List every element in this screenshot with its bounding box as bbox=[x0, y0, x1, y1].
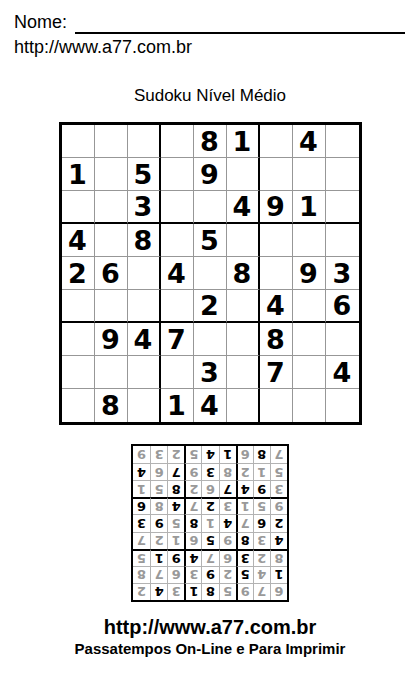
puzzle-cell-r7c9[interactable] bbox=[326, 323, 359, 356]
solution-cell-r1c8: 4 bbox=[150, 583, 167, 600]
puzzle-cell-r2c5[interactable]: 9 bbox=[194, 158, 227, 191]
puzzle-cell-r5c6[interactable]: 8 bbox=[227, 257, 260, 290]
solution-cell-r2c1: 1 bbox=[270, 566, 287, 583]
puzzle-cell-r9c5[interactable]: 4 bbox=[194, 389, 227, 422]
puzzle-cell-r5c9[interactable]: 3 bbox=[326, 257, 359, 290]
solution-cell-r2c7: 6 bbox=[167, 566, 184, 583]
solution-cell-r5c1: 2 bbox=[270, 514, 287, 531]
solution-cell-r5c6: 8 bbox=[184, 514, 201, 531]
puzzle-cell-r4c8[interactable] bbox=[293, 224, 326, 257]
solution-cell-r7c6: 2 bbox=[184, 480, 201, 497]
puzzle-cell-r1c9[interactable] bbox=[326, 125, 359, 158]
solution-cell-r3c4: 6 bbox=[219, 549, 236, 566]
puzzle-cell-r2c8[interactable] bbox=[293, 158, 326, 191]
puzzle-cell-r3c4[interactable] bbox=[161, 191, 194, 224]
solution-cell-r4c7: 1 bbox=[167, 532, 184, 549]
solution-cell-r5c2: 6 bbox=[253, 514, 270, 531]
puzzle-cell-r7c5[interactable] bbox=[194, 323, 227, 356]
solution-cell-r8c4: 8 bbox=[219, 463, 236, 480]
puzzle-cell-r8c3[interactable] bbox=[128, 356, 161, 389]
solution-cell-r4c8: 2 bbox=[150, 532, 167, 549]
puzzle-cell-r9c1[interactable] bbox=[62, 389, 95, 422]
solution-cell-r1c7: 3 bbox=[167, 583, 184, 600]
solution-cell-r9c9: 9 bbox=[133, 446, 150, 463]
puzzle-cell-r8c5[interactable]: 3 bbox=[194, 356, 227, 389]
puzzle-cell-r7c2[interactable]: 9 bbox=[95, 323, 128, 356]
printable-sudoku-page: Nome: http://www.a77.com.br Sudoku Nível… bbox=[0, 0, 420, 673]
puzzle-cell-r5c1[interactable]: 2 bbox=[62, 257, 95, 290]
solution-cell-r3c9: 5 bbox=[133, 549, 150, 566]
solution-cell-r9c2: 8 bbox=[253, 446, 270, 463]
puzzle-cell-r2c2[interactable] bbox=[95, 158, 128, 191]
name-label: Nome: bbox=[14, 10, 67, 34]
puzzle-cell-r1c7[interactable] bbox=[260, 125, 293, 158]
solution-cell-r1c6: 1 bbox=[184, 583, 201, 600]
solution-cell-r4c4: 9 bbox=[219, 532, 236, 549]
puzzle-cell-r5c2[interactable]: 6 bbox=[95, 257, 128, 290]
puzzle-cell-r3c3[interactable]: 3 bbox=[128, 191, 161, 224]
puzzle-cell-r9c9[interactable] bbox=[326, 389, 359, 422]
puzzle-cell-r9c3[interactable] bbox=[128, 389, 161, 422]
solution-cell-r4c1: 4 bbox=[270, 532, 287, 549]
solution-cell-r7c1: 3 bbox=[270, 480, 287, 497]
puzzle-cell-r1c8[interactable]: 4 bbox=[293, 125, 326, 158]
solution-cell-r2c5: 9 bbox=[201, 566, 218, 583]
solution-cell-r5c7: 5 bbox=[167, 514, 184, 531]
solution-cell-r9c6: 5 bbox=[184, 446, 201, 463]
solution-cell-r7c5: 6 bbox=[201, 480, 218, 497]
puzzle-cell-r8c6[interactable] bbox=[227, 356, 260, 389]
solution-cell-r5c3: 7 bbox=[236, 514, 253, 531]
solution-cell-r2c2: 4 bbox=[253, 566, 270, 583]
solution-cell-r2c9: 8 bbox=[133, 566, 150, 583]
solution-cell-r6c6: 7 bbox=[184, 497, 201, 514]
puzzle-cell-r6c4[interactable] bbox=[161, 290, 194, 323]
solution-cell-r6c5: 2 bbox=[201, 497, 218, 514]
puzzle-cell-r2c7[interactable] bbox=[260, 158, 293, 191]
puzzle-cell-r6c2[interactable] bbox=[95, 290, 128, 323]
puzzle-cell-r1c2[interactable] bbox=[95, 125, 128, 158]
puzzle-cell-r8c2[interactable] bbox=[95, 356, 128, 389]
solution-cell-r7c9: 1 bbox=[133, 480, 150, 497]
puzzle-cell-r6c7[interactable]: 4 bbox=[260, 290, 293, 323]
puzzle-cell-r7c8[interactable] bbox=[293, 323, 326, 356]
solution-cell-r3c8: 1 bbox=[150, 549, 167, 566]
solution-cell-r8c9: 4 bbox=[133, 463, 150, 480]
puzzle-cell-r4c6[interactable] bbox=[227, 224, 260, 257]
solution-cell-r5c9: 3 bbox=[133, 514, 150, 531]
solution-cell-r9c8: 3 bbox=[150, 446, 167, 463]
solution-cell-r4c2: 3 bbox=[253, 532, 270, 549]
solution-cell-r3c2: 2 bbox=[253, 549, 270, 566]
solution-cell-r8c6: 9 bbox=[184, 463, 201, 480]
solution-cell-r3c3: 3 bbox=[236, 549, 253, 566]
solution-cell-r9c4: 1 bbox=[219, 446, 236, 463]
puzzle-cell-r6c6[interactable] bbox=[227, 290, 260, 323]
puzzle-cell-r8c8[interactable] bbox=[293, 356, 326, 389]
puzzle-cell-r7c6[interactable] bbox=[227, 323, 260, 356]
solution-cell-r4c6: 6 bbox=[184, 532, 201, 549]
name-row: Nome: bbox=[14, 10, 406, 34]
solution-cell-r8c3: 2 bbox=[236, 463, 253, 480]
sudoku-solution-grid-rotated: 6795813421452936788236749154389561272674… bbox=[131, 444, 289, 602]
puzzle-cell-r1c3[interactable] bbox=[128, 125, 161, 158]
puzzle-cell-r3c6[interactable]: 4 bbox=[227, 191, 260, 224]
puzzle-cell-r3c2[interactable] bbox=[95, 191, 128, 224]
solution-cell-r3c7: 9 bbox=[167, 549, 184, 566]
puzzle-cell-r4c9[interactable] bbox=[326, 224, 359, 257]
footer-site-url: http://www.a77.com.br bbox=[0, 615, 420, 639]
solution-cell-r2c4: 2 bbox=[219, 566, 236, 583]
puzzle-cell-r9c6[interactable] bbox=[227, 389, 260, 422]
puzzle-cell-r5c8[interactable]: 9 bbox=[293, 257, 326, 290]
puzzle-cell-r4c7[interactable] bbox=[260, 224, 293, 257]
puzzle-cell-r8c9[interactable]: 4 bbox=[326, 356, 359, 389]
puzzle-cell-r2c3[interactable]: 5 bbox=[128, 158, 161, 191]
puzzle-cell-r8c7[interactable]: 7 bbox=[260, 356, 293, 389]
solution-cell-r2c3: 5 bbox=[236, 566, 253, 583]
puzzle-cell-r5c3[interactable] bbox=[128, 257, 161, 290]
page-footer: http://www.a77.com.br Passatempos On-Lin… bbox=[0, 615, 420, 658]
puzzle-cell-r8c4[interactable] bbox=[161, 356, 194, 389]
puzzle-cell-r9c8[interactable] bbox=[293, 389, 326, 422]
header-site-url: http://www.a77.com.br bbox=[14, 35, 406, 59]
solution-cell-r3c6: 4 bbox=[184, 549, 201, 566]
solution-cell-r8c2: 1 bbox=[253, 463, 270, 480]
solution-cell-r6c8: 8 bbox=[150, 497, 167, 514]
solution-cell-r5c4: 4 bbox=[219, 514, 236, 531]
solution-cell-r1c4: 5 bbox=[219, 583, 236, 600]
puzzle-cell-r3c7[interactable]: 9 bbox=[260, 191, 293, 224]
puzzle-cell-r7c1[interactable] bbox=[62, 323, 95, 356]
solution-grid-wrapper: 6795813421452936788236749154389561272674… bbox=[0, 444, 420, 602]
puzzle-cell-r3c5[interactable] bbox=[194, 191, 227, 224]
solution-cell-r3c1: 8 bbox=[270, 549, 287, 566]
sudoku-puzzle-grid: 81415934914852648932469478374814 bbox=[59, 122, 362, 425]
puzzle-cell-r9c2[interactable]: 8 bbox=[95, 389, 128, 422]
puzzle-cell-r5c7[interactable] bbox=[260, 257, 293, 290]
solution-cell-r1c3: 9 bbox=[236, 583, 253, 600]
puzzle-cell-r7c7[interactable]: 8 bbox=[260, 323, 293, 356]
solution-cell-r5c8: 9 bbox=[150, 514, 167, 531]
puzzle-cell-r9c4[interactable]: 1 bbox=[161, 389, 194, 422]
footer-tagline: Passatempos On-Line e Para Imprimir bbox=[0, 639, 420, 658]
solution-cell-r3c5: 7 bbox=[201, 549, 218, 566]
name-fill-line[interactable] bbox=[75, 12, 405, 34]
puzzle-cell-r1c1[interactable] bbox=[62, 125, 95, 158]
puzzle-cell-r7c4[interactable]: 7 bbox=[161, 323, 194, 356]
solution-cell-r7c7: 8 bbox=[167, 480, 184, 497]
puzzle-cell-r5c4[interactable]: 4 bbox=[161, 257, 194, 290]
solution-cell-r8c7: 7 bbox=[167, 463, 184, 480]
solution-cell-r2c8: 7 bbox=[150, 566, 167, 583]
puzzle-cell-r6c5[interactable]: 2 bbox=[194, 290, 227, 323]
puzzle-cell-r2c9[interactable] bbox=[326, 158, 359, 191]
puzzle-cell-r4c3[interactable]: 8 bbox=[128, 224, 161, 257]
puzzle-cell-r2c1[interactable]: 1 bbox=[62, 158, 95, 191]
puzzle-cell-r6c9[interactable]: 6 bbox=[326, 290, 359, 323]
solution-cell-r7c2: 9 bbox=[253, 480, 270, 497]
solution-cell-r6c7: 4 bbox=[167, 497, 184, 514]
solution-cell-r7c8: 5 bbox=[150, 480, 167, 497]
puzzle-cell-r9c7[interactable] bbox=[260, 389, 293, 422]
page-title: Sudoku Nível Médio bbox=[0, 85, 420, 106]
page-header: Nome: http://www.a77.com.br bbox=[0, 0, 420, 59]
solution-cell-r9c3: 6 bbox=[236, 446, 253, 463]
puzzle-cell-r6c3[interactable] bbox=[128, 290, 161, 323]
solution-cell-r1c2: 7 bbox=[253, 583, 270, 600]
puzzle-cell-r4c4[interactable] bbox=[161, 224, 194, 257]
puzzle-cell-r1c6[interactable]: 1 bbox=[227, 125, 260, 158]
puzzle-cell-r6c1[interactable] bbox=[62, 290, 95, 323]
solution-cell-r2c6: 3 bbox=[184, 566, 201, 583]
puzzle-cell-r3c1[interactable] bbox=[62, 191, 95, 224]
solution-cell-r6c1: 9 bbox=[270, 497, 287, 514]
solution-cell-r4c5: 5 bbox=[201, 532, 218, 549]
solution-cell-r8c8: 6 bbox=[150, 463, 167, 480]
puzzle-cell-r7c3[interactable]: 4 bbox=[128, 323, 161, 356]
solution-cell-r7c4: 7 bbox=[219, 480, 236, 497]
puzzle-cell-r4c2[interactable] bbox=[95, 224, 128, 257]
solution-cell-r9c5: 4 bbox=[201, 446, 218, 463]
solution-cell-r6c2: 5 bbox=[253, 497, 270, 514]
solution-cell-r8c5: 3 bbox=[201, 463, 218, 480]
solution-cell-r9c1: 7 bbox=[270, 446, 287, 463]
solution-cell-r1c5: 8 bbox=[201, 583, 218, 600]
puzzle-cell-r1c5[interactable]: 8 bbox=[194, 125, 227, 158]
solution-cell-r6c4: 3 bbox=[219, 497, 236, 514]
solution-cell-r6c9: 6 bbox=[133, 497, 150, 514]
puzzle-cell-r2c4[interactable] bbox=[161, 158, 194, 191]
puzzle-cell-r6c8[interactable] bbox=[293, 290, 326, 323]
puzzle-cell-r8c1[interactable] bbox=[62, 356, 95, 389]
solution-cell-r6c3: 1 bbox=[236, 497, 253, 514]
solution-cell-r4c3: 8 bbox=[236, 532, 253, 549]
puzzle-cell-r5c5[interactable] bbox=[194, 257, 227, 290]
puzzle-cell-r2c6[interactable] bbox=[227, 158, 260, 191]
puzzle-cell-r3c8[interactable]: 1 bbox=[293, 191, 326, 224]
solution-cell-r1c1: 6 bbox=[270, 583, 287, 600]
puzzle-cell-r4c5[interactable]: 5 bbox=[194, 224, 227, 257]
solution-cell-r1c9: 2 bbox=[133, 583, 150, 600]
puzzle-cell-r4c1[interactable]: 4 bbox=[62, 224, 95, 257]
solution-cell-r7c3: 4 bbox=[236, 480, 253, 497]
solution-cell-r8c1: 5 bbox=[270, 463, 287, 480]
solution-cell-r5c5: 1 bbox=[201, 514, 218, 531]
solution-cell-r9c7: 2 bbox=[167, 446, 184, 463]
solution-cell-r4c9: 7 bbox=[133, 532, 150, 549]
puzzle-cell-r3c9[interactable] bbox=[326, 191, 359, 224]
puzzle-cell-r1c4[interactable] bbox=[161, 125, 194, 158]
